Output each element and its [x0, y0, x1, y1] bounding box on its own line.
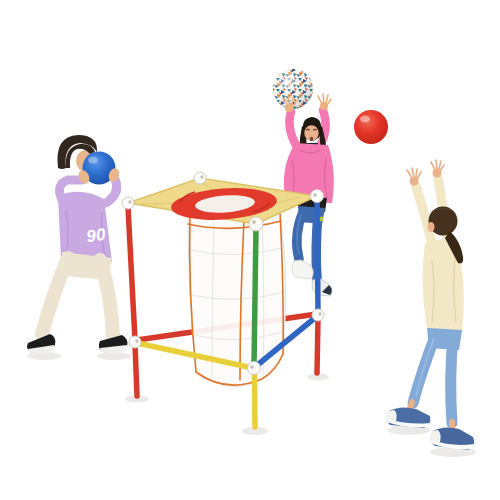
right-child [385, 160, 474, 450]
left-upper-rod-red [128, 207, 135, 340]
right-upper-rod-blue [317, 199, 318, 313]
red-ball [354, 110, 388, 144]
left-child: 90 [27, 135, 127, 354]
middle-child-shoe-front [292, 260, 313, 279]
product-photo: 90 [0, 0, 500, 500]
left-child-back-leg [42, 258, 68, 334]
front-leg-rod-yellow [255, 371, 256, 427]
front-upper-rod-green [254, 227, 256, 365]
left-leg-rod-red [135, 344, 137, 396]
toss-basket-structure [122, 172, 324, 427]
right-child-cheek [428, 222, 435, 232]
ball-toss-scene: 90 [0, 0, 500, 500]
right-child-back-leg [451, 336, 453, 423]
middle-child-left-arm [289, 112, 297, 147]
mesh-net-bag [188, 210, 286, 387]
left-child-front-leg [100, 260, 113, 337]
left-child-shirt-number: 90 [85, 225, 107, 247]
right-leg-rod-red [317, 318, 318, 373]
left-child-right-arm [106, 179, 117, 203]
middle-child-mouth [310, 137, 314, 142]
